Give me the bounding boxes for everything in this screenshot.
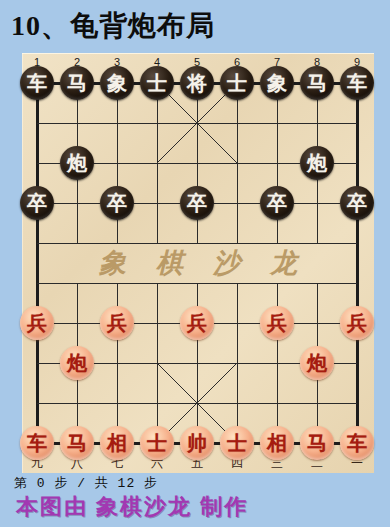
piece-red-马[interactable]: 马: [300, 426, 334, 460]
credit-text: 本图由 象棋沙龙 制作: [16, 492, 248, 522]
piece-black-卒[interactable]: 卒: [180, 186, 214, 220]
piece-red-兵[interactable]: 兵: [260, 306, 294, 340]
piece-black-马[interactable]: 马: [60, 66, 94, 100]
piece-red-兵[interactable]: 兵: [180, 306, 214, 340]
piece-red-相[interactable]: 相: [260, 426, 294, 460]
xiangqi-board: 123456789 九八七六五四三二一 象棋沙龙 车马象士将士象马车炮炮卒卒卒卒…: [22, 53, 374, 473]
piece-red-兵[interactable]: 兵: [340, 306, 374, 340]
piece-red-车[interactable]: 车: [20, 426, 54, 460]
piece-red-帅[interactable]: 帅: [180, 426, 214, 460]
piece-black-卒[interactable]: 卒: [340, 186, 374, 220]
piece-red-相[interactable]: 相: [100, 426, 134, 460]
piece-black-象[interactable]: 象: [260, 66, 294, 100]
piece-black-卒[interactable]: 卒: [260, 186, 294, 220]
piece-black-卒[interactable]: 卒: [100, 186, 134, 220]
piece-black-卒[interactable]: 卒: [20, 186, 54, 220]
page-title: 10、龟背炮布局: [11, 7, 215, 45]
piece-black-炮[interactable]: 炮: [300, 146, 334, 180]
piece-red-兵[interactable]: 兵: [100, 306, 134, 340]
step-counter: 第 0 步 / 共 12 步: [14, 474, 158, 492]
piece-red-车[interactable]: 车: [340, 426, 374, 460]
piece-red-炮[interactable]: 炮: [300, 346, 334, 380]
piece-black-马[interactable]: 马: [300, 66, 334, 100]
piece-red-士[interactable]: 士: [220, 426, 254, 460]
board-grid-lines: [22, 53, 374, 473]
piece-red-士[interactable]: 士: [140, 426, 174, 460]
piece-black-炮[interactable]: 炮: [60, 146, 94, 180]
piece-black-象[interactable]: 象: [100, 66, 134, 100]
piece-red-马[interactable]: 马: [60, 426, 94, 460]
piece-black-车[interactable]: 车: [20, 66, 54, 100]
piece-black-士[interactable]: 士: [220, 66, 254, 100]
piece-black-车[interactable]: 车: [340, 66, 374, 100]
piece-red-炮[interactable]: 炮: [60, 346, 94, 380]
piece-black-士[interactable]: 士: [140, 66, 174, 100]
piece-black-将[interactable]: 将: [180, 66, 214, 100]
piece-red-兵[interactable]: 兵: [20, 306, 54, 340]
